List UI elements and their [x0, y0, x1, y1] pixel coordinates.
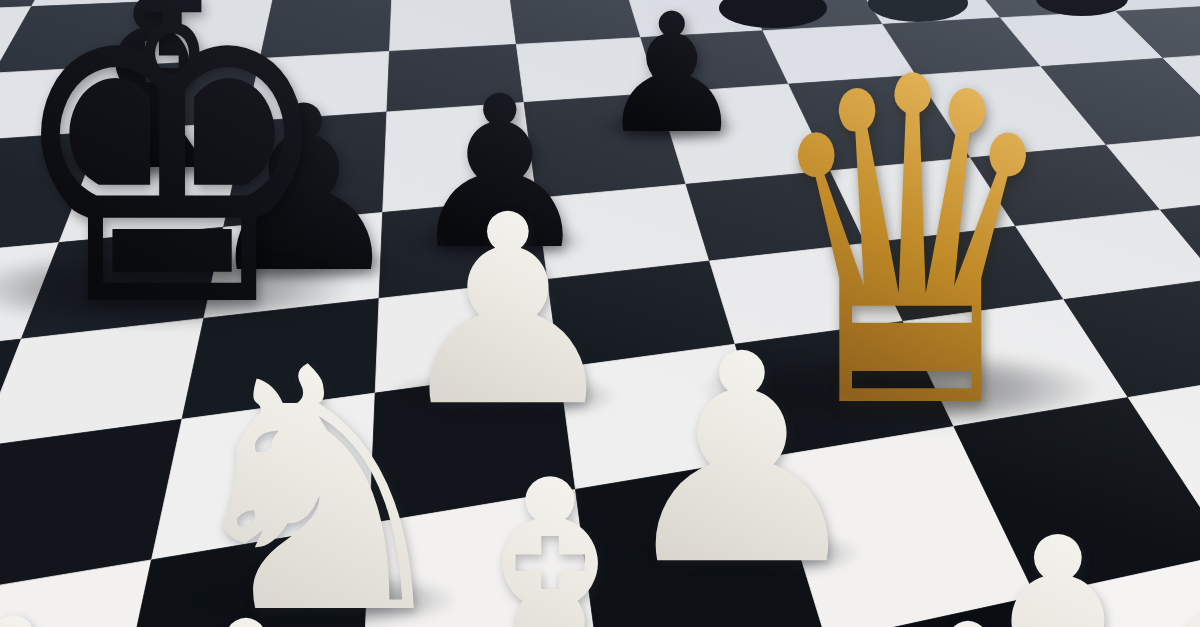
pieces-layer: ♝♟♟♟♚♛♟♟♞♝♟♟♟♟♟ — [0, 0, 1200, 627]
white-pawn-edge-b: ♟ — [17, 588, 476, 627]
chess-photo-scene: ♝♟♟♟♚♛♟♟♞♝♟♟♟♟♟ — [0, 0, 1200, 627]
white-pawn-edge-e: ♟ — [986, 587, 1200, 627]
